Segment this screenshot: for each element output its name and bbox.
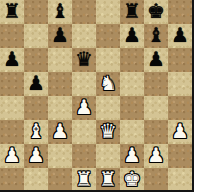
piece-black-bishop[interactable]: ♝	[147, 24, 165, 47]
piece-black-pawn[interactable]: ♟	[27, 72, 45, 95]
square-b2[interactable]: ♟	[24, 144, 48, 168]
square-e4[interactable]	[96, 96, 120, 120]
square-c6[interactable]	[48, 48, 72, 72]
piece-white-bishop[interactable]: ♝	[27, 120, 45, 143]
square-e5[interactable]: ♞	[96, 72, 120, 96]
square-a2[interactable]: ♟	[0, 144, 24, 168]
piece-white-pawn[interactable]: ♟	[51, 120, 69, 143]
square-b6[interactable]	[24, 48, 48, 72]
piece-black-queen[interactable]: ♛	[75, 48, 93, 71]
square-c5[interactable]	[48, 72, 72, 96]
square-d2[interactable]	[72, 144, 96, 168]
piece-black-rook[interactable]: ♜	[3, 0, 21, 23]
square-a5[interactable]	[0, 72, 24, 96]
square-f7[interactable]: ♟	[120, 24, 144, 48]
piece-black-pawn[interactable]: ♟	[3, 48, 21, 71]
square-g8[interactable]: ♚	[144, 0, 168, 24]
square-b4[interactable]	[24, 96, 48, 120]
piece-white-king[interactable]: ♚	[123, 168, 141, 191]
window-background	[194, 0, 207, 192]
square-h1[interactable]	[168, 168, 192, 192]
square-a4[interactable]	[0, 96, 24, 120]
square-g2[interactable]: ♟	[144, 144, 168, 168]
square-d5[interactable]	[72, 72, 96, 96]
square-h5[interactable]	[168, 72, 192, 96]
square-h6[interactable]	[168, 48, 192, 72]
square-a8[interactable]: ♜	[0, 0, 24, 24]
square-a7[interactable]	[0, 24, 24, 48]
piece-black-bishop[interactable]: ♝	[51, 0, 69, 23]
square-d3[interactable]	[72, 120, 96, 144]
piece-black-pawn[interactable]: ♟	[51, 24, 69, 47]
piece-black-king[interactable]: ♚	[147, 0, 165, 23]
piece-white-pawn[interactable]: ♟	[27, 144, 45, 167]
square-f6[interactable]	[120, 48, 144, 72]
square-c4[interactable]	[48, 96, 72, 120]
piece-black-pawn[interactable]: ♟	[147, 48, 165, 71]
square-e6[interactable]	[96, 48, 120, 72]
square-h4[interactable]	[168, 96, 192, 120]
square-c3[interactable]: ♟	[48, 120, 72, 144]
square-d6[interactable]: ♛	[72, 48, 96, 72]
square-f8[interactable]: ♜	[120, 0, 144, 24]
square-e8[interactable]	[96, 0, 120, 24]
square-c7[interactable]: ♟	[48, 24, 72, 48]
square-h7[interactable]: ♟	[168, 24, 192, 48]
square-a1[interactable]	[0, 168, 24, 192]
square-a6[interactable]: ♟	[0, 48, 24, 72]
square-h3[interactable]: ♟	[168, 120, 192, 144]
square-g6[interactable]: ♟	[144, 48, 168, 72]
square-g1[interactable]	[144, 168, 168, 192]
square-c1[interactable]	[48, 168, 72, 192]
square-f2[interactable]: ♟	[120, 144, 144, 168]
square-f1[interactable]: ♚	[120, 168, 144, 192]
square-g3[interactable]	[144, 120, 168, 144]
square-f3[interactable]	[120, 120, 144, 144]
square-h8[interactable]	[168, 0, 192, 24]
square-d7[interactable]	[72, 24, 96, 48]
square-d8[interactable]	[72, 0, 96, 24]
piece-black-rook[interactable]: ♜	[123, 0, 141, 23]
square-b3[interactable]: ♝	[24, 120, 48, 144]
piece-white-pawn[interactable]: ♟	[3, 144, 21, 167]
square-f4[interactable]	[120, 96, 144, 120]
piece-black-pawn[interactable]: ♟	[123, 24, 141, 47]
square-f5[interactable]	[120, 72, 144, 96]
square-h2[interactable]	[168, 144, 192, 168]
square-b5[interactable]: ♟	[24, 72, 48, 96]
chess-board: ♜♝♜♚♟♟♝♟♟♛♟♟♞♟♝♟♛♟♟♟♟♟♜♜♚	[0, 0, 192, 192]
piece-white-queen[interactable]: ♛	[99, 120, 117, 143]
square-e2[interactable]	[96, 144, 120, 168]
square-d1[interactable]: ♜	[72, 168, 96, 192]
square-e7[interactable]	[96, 24, 120, 48]
square-g7[interactable]: ♝	[144, 24, 168, 48]
square-c2[interactable]	[48, 144, 72, 168]
piece-white-pawn[interactable]: ♟	[171, 120, 189, 143]
piece-white-rook[interactable]: ♜	[99, 168, 117, 191]
square-b8[interactable]	[24, 0, 48, 24]
piece-white-pawn[interactable]: ♟	[75, 96, 93, 119]
piece-black-pawn[interactable]: ♟	[171, 24, 189, 47]
square-e1[interactable]: ♜	[96, 168, 120, 192]
piece-white-pawn[interactable]: ♟	[123, 144, 141, 167]
piece-white-knight[interactable]: ♞	[99, 72, 117, 95]
square-d4[interactable]: ♟	[72, 96, 96, 120]
square-a3[interactable]	[0, 120, 24, 144]
piece-white-rook[interactable]: ♜	[75, 168, 93, 191]
square-g4[interactable]	[144, 96, 168, 120]
board-border-bottom	[0, 190, 194, 192]
square-b7[interactable]	[24, 24, 48, 48]
square-b1[interactable]	[24, 168, 48, 192]
piece-white-pawn[interactable]: ♟	[147, 144, 165, 167]
square-e3[interactable]: ♛	[96, 120, 120, 144]
square-g5[interactable]	[144, 72, 168, 96]
square-c8[interactable]: ♝	[48, 0, 72, 24]
